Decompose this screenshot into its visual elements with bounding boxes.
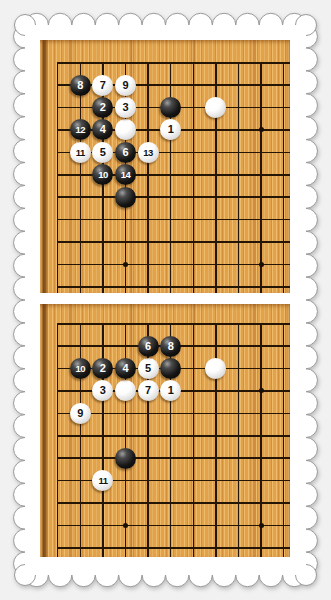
star-point bbox=[123, 523, 128, 528]
stone: 8 bbox=[160, 336, 181, 357]
stone-number: 12 bbox=[76, 119, 86, 140]
stone: 10 bbox=[92, 164, 113, 185]
stone: 1 bbox=[160, 380, 181, 401]
stone-number: 9 bbox=[122, 75, 128, 96]
stone: 4 bbox=[115, 358, 136, 379]
stone-number: 14 bbox=[121, 164, 131, 185]
stone bbox=[160, 97, 181, 118]
stone: 9 bbox=[115, 75, 136, 96]
stone: 2 bbox=[92, 358, 113, 379]
stone-number: 1 bbox=[168, 119, 174, 140]
stone-number: 3 bbox=[100, 380, 106, 401]
stone-number: 8 bbox=[77, 75, 83, 96]
stone-number: 6 bbox=[145, 336, 151, 357]
stone-number: 11 bbox=[76, 142, 85, 163]
star-point bbox=[259, 127, 264, 132]
stone bbox=[205, 97, 226, 118]
stone: 6 bbox=[115, 142, 136, 163]
star-point bbox=[259, 523, 264, 528]
stone-number: 8 bbox=[168, 336, 174, 357]
stone bbox=[205, 358, 226, 379]
stone bbox=[115, 448, 136, 469]
stone: 13 bbox=[138, 142, 159, 163]
stone-number: 5 bbox=[100, 142, 106, 163]
stone bbox=[160, 358, 181, 379]
stone-number: 4 bbox=[100, 119, 106, 140]
stone: 4 bbox=[92, 119, 113, 140]
go-board-diagram-1: 1234567891011121314 bbox=[40, 40, 290, 293]
stone-grid-2: 1234567891011 bbox=[46, 313, 290, 557]
stone: 9 bbox=[70, 403, 91, 424]
stone: 10 bbox=[70, 358, 91, 379]
stone-number: 13 bbox=[143, 142, 153, 163]
stone-number: 4 bbox=[122, 358, 128, 379]
stone: 7 bbox=[138, 380, 159, 401]
stone-number: 2 bbox=[100, 97, 106, 118]
stone bbox=[115, 187, 136, 208]
stone: 3 bbox=[115, 97, 136, 118]
stone-number: 6 bbox=[122, 142, 128, 163]
stone: 11 bbox=[92, 470, 113, 491]
stone: 1 bbox=[160, 119, 181, 140]
page: 1234567891011121314 1234567891011 bbox=[0, 0, 331, 600]
stone-number: 11 bbox=[98, 470, 107, 491]
stone: 2 bbox=[92, 97, 113, 118]
stone-number: 2 bbox=[100, 358, 106, 379]
stone: 3 bbox=[92, 380, 113, 401]
stone-number: 3 bbox=[122, 97, 128, 118]
stone: 5 bbox=[138, 358, 159, 379]
stone-number: 7 bbox=[100, 75, 106, 96]
stone-number: 5 bbox=[145, 358, 151, 379]
stone: 11 bbox=[70, 142, 91, 163]
stone: 8 bbox=[70, 75, 91, 96]
star-point bbox=[123, 262, 128, 267]
stone-grid-1: 1234567891011121314 bbox=[46, 52, 290, 293]
go-board-diagram-2: 1234567891011 bbox=[40, 304, 290, 557]
stone: 12 bbox=[70, 119, 91, 140]
stone bbox=[115, 119, 136, 140]
star-point bbox=[259, 262, 264, 267]
stone-number: 9 bbox=[77, 403, 83, 424]
star-point bbox=[259, 388, 264, 393]
stone: 6 bbox=[138, 336, 159, 357]
stone: 5 bbox=[92, 142, 113, 163]
stone-number: 1 bbox=[168, 380, 174, 401]
stone-number: 7 bbox=[145, 380, 151, 401]
stone-number: 10 bbox=[98, 164, 108, 185]
stone bbox=[115, 380, 136, 401]
stone: 7 bbox=[92, 75, 113, 96]
stone: 14 bbox=[115, 164, 136, 185]
stone-number: 10 bbox=[76, 358, 86, 379]
